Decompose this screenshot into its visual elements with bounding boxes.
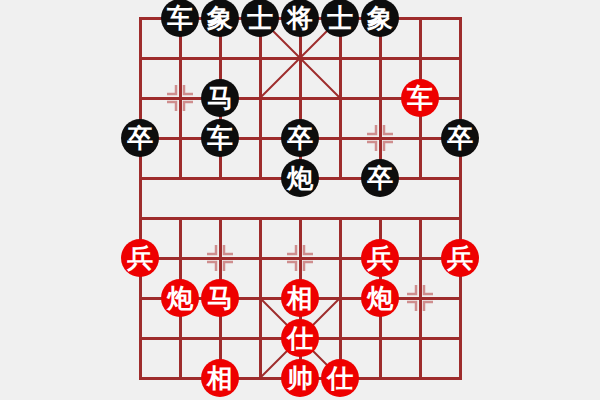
board-cell: 卒 xyxy=(360,158,400,198)
board-cell: 相 xyxy=(200,358,240,398)
black-soldier[interactable]: 卒 xyxy=(281,119,319,157)
red-advisor[interactable]: 仕 xyxy=(321,359,359,397)
board-cell: 卒 xyxy=(440,118,480,158)
black-elephant[interactable]: 象 xyxy=(361,0,399,37)
black-chariot[interactable]: 车 xyxy=(161,0,199,37)
black-horse[interactable]: 马 xyxy=(201,79,239,117)
xiangqi-board: 车象士将士象马车卒车卒卒炮卒兵兵兵炮马相炮仕相帅仕 xyxy=(0,0,600,400)
board-cell: 士 xyxy=(240,0,280,38)
board-cell: 仕 xyxy=(280,318,320,358)
board-cell: 象 xyxy=(360,0,400,38)
red-horse[interactable]: 马 xyxy=(201,279,239,317)
black-general[interactable]: 将 xyxy=(281,0,319,37)
red-chariot[interactable]: 车 xyxy=(401,79,439,117)
board-cell: 象 xyxy=(200,0,240,38)
pieces-layer: 车象士将士象马车卒车卒卒炮卒兵兵兵炮马相炮仕相帅仕 xyxy=(120,0,480,398)
board-cell: 车 xyxy=(400,78,440,118)
black-chariot[interactable]: 车 xyxy=(201,119,239,157)
black-advisor[interactable]: 士 xyxy=(241,0,279,37)
board-cell: 兵 xyxy=(440,238,480,278)
red-soldier[interactable]: 兵 xyxy=(441,239,479,277)
red-soldier[interactable]: 兵 xyxy=(121,239,159,277)
board-cell: 炮 xyxy=(160,278,200,318)
board-cell: 帅 xyxy=(280,358,320,398)
board-cell: 士 xyxy=(320,0,360,38)
red-cannon[interactable]: 炮 xyxy=(161,279,199,317)
red-soldier[interactable]: 兵 xyxy=(361,239,399,277)
board-cell: 卒 xyxy=(280,118,320,158)
board-cell: 炮 xyxy=(280,158,320,198)
board-cell: 车 xyxy=(200,118,240,158)
black-soldier[interactable]: 卒 xyxy=(361,159,399,197)
red-elephant[interactable]: 相 xyxy=(281,279,319,317)
board-cell: 炮 xyxy=(360,278,400,318)
black-elephant[interactable]: 象 xyxy=(201,0,239,37)
board-cell: 马 xyxy=(200,278,240,318)
black-soldier[interactable]: 卒 xyxy=(121,119,159,157)
board-cell: 兵 xyxy=(360,238,400,278)
red-general[interactable]: 帅 xyxy=(281,359,319,397)
board-cell: 马 xyxy=(200,78,240,118)
board-cell: 卒 xyxy=(120,118,160,158)
black-cannon[interactable]: 炮 xyxy=(281,159,319,197)
red-cannon[interactable]: 炮 xyxy=(361,279,399,317)
board-cell: 相 xyxy=(280,278,320,318)
red-elephant[interactable]: 相 xyxy=(201,359,239,397)
board-cell: 车 xyxy=(160,0,200,38)
board-cell: 将 xyxy=(280,0,320,38)
board-cell: 仕 xyxy=(320,358,360,398)
board-cell: 兵 xyxy=(120,238,160,278)
black-soldier[interactable]: 卒 xyxy=(441,119,479,157)
black-advisor[interactable]: 士 xyxy=(321,0,359,37)
red-advisor[interactable]: 仕 xyxy=(281,319,319,357)
